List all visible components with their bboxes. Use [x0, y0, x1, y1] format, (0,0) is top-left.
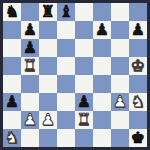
- square-e5[interactable]: [75, 57, 93, 75]
- square-e6[interactable]: [75, 39, 93, 57]
- square-c2[interactable]: ♟: [39, 111, 57, 129]
- black-king[interactable]: ♚: [131, 129, 145, 147]
- white-king[interactable]: ♚: [131, 57, 145, 75]
- square-h5[interactable]: ♚: [129, 57, 147, 75]
- square-b3[interactable]: [21, 93, 39, 111]
- black-rook[interactable]: ♜: [41, 3, 55, 21]
- black-knight[interactable]: ♞: [5, 3, 19, 21]
- white-rook[interactable]: ♜: [77, 111, 91, 129]
- square-f6[interactable]: [93, 39, 111, 57]
- white-knight[interactable]: ♞: [131, 93, 145, 111]
- square-b7[interactable]: ♟: [21, 21, 39, 39]
- square-g4[interactable]: [111, 75, 129, 93]
- square-e3[interactable]: ♟: [75, 93, 93, 111]
- square-e1[interactable]: [75, 129, 93, 147]
- square-c8[interactable]: ♜: [39, 3, 57, 21]
- black-pawn[interactable]: ♟: [131, 21, 145, 39]
- square-a2[interactable]: [3, 111, 21, 129]
- square-g8[interactable]: [111, 3, 129, 21]
- square-f4[interactable]: [93, 75, 111, 93]
- square-d7[interactable]: [57, 21, 75, 39]
- square-h2[interactable]: [129, 111, 147, 129]
- square-g7[interactable]: [111, 21, 129, 39]
- square-a8[interactable]: ♞: [3, 3, 21, 21]
- black-pawn[interactable]: ♟: [23, 21, 37, 39]
- square-d6[interactable]: [57, 39, 75, 57]
- square-d8[interactable]: ♝: [57, 3, 75, 21]
- square-a3[interactable]: ♟: [3, 93, 21, 111]
- square-f8[interactable]: [93, 3, 111, 21]
- square-b2[interactable]: ♟: [21, 111, 39, 129]
- square-a7[interactable]: [3, 21, 21, 39]
- chess-diagram: ♞♜♝♟♟♟♟♜♚♟♟♟♞♟♟♜♞♚: [0, 0, 150, 150]
- square-h3[interactable]: ♞: [129, 93, 147, 111]
- square-e2[interactable]: ♜: [75, 111, 93, 129]
- square-b5[interactable]: ♜: [21, 57, 39, 75]
- square-h1[interactable]: ♚: [129, 129, 147, 147]
- square-b4[interactable]: [21, 75, 39, 93]
- square-c6[interactable]: [39, 39, 57, 57]
- black-bishop[interactable]: ♝: [59, 3, 73, 21]
- black-pawn[interactable]: ♟: [23, 39, 37, 57]
- square-a4[interactable]: [3, 75, 21, 93]
- square-d1[interactable]: [57, 129, 75, 147]
- white-pawn[interactable]: ♟: [23, 111, 37, 129]
- square-b6[interactable]: ♟: [21, 39, 39, 57]
- square-f7[interactable]: ♟: [93, 21, 111, 39]
- square-c1[interactable]: [39, 129, 57, 147]
- white-pawn[interactable]: ♟: [41, 111, 55, 129]
- square-e4[interactable]: [75, 75, 93, 93]
- square-f5[interactable]: [93, 57, 111, 75]
- square-f3[interactable]: [93, 93, 111, 111]
- square-c3[interactable]: [39, 93, 57, 111]
- square-a5[interactable]: [3, 57, 21, 75]
- white-pawn[interactable]: ♟: [113, 93, 127, 111]
- square-a1[interactable]: ♞: [3, 129, 21, 147]
- square-h6[interactable]: [129, 39, 147, 57]
- square-h8[interactable]: [129, 3, 147, 21]
- square-d3[interactable]: [57, 93, 75, 111]
- white-knight[interactable]: ♞: [5, 129, 19, 147]
- square-a6[interactable]: [3, 39, 21, 57]
- square-g3[interactable]: ♟: [111, 93, 129, 111]
- square-h4[interactable]: [129, 75, 147, 93]
- white-rook[interactable]: ♜: [23, 57, 37, 75]
- square-d5[interactable]: [57, 57, 75, 75]
- square-e7[interactable]: [75, 21, 93, 39]
- square-c7[interactable]: [39, 21, 57, 39]
- square-c4[interactable]: [39, 75, 57, 93]
- square-f1[interactable]: [93, 129, 111, 147]
- black-pawn[interactable]: ♟: [95, 21, 109, 39]
- square-c5[interactable]: [39, 57, 57, 75]
- square-h7[interactable]: ♟: [129, 21, 147, 39]
- black-pawn[interactable]: ♟: [5, 93, 19, 111]
- square-e8[interactable]: [75, 3, 93, 21]
- square-g5[interactable]: [111, 57, 129, 75]
- square-g2[interactable]: [111, 111, 129, 129]
- square-b1[interactable]: [21, 129, 39, 147]
- square-b8[interactable]: [21, 3, 39, 21]
- square-g6[interactable]: [111, 39, 129, 57]
- black-pawn[interactable]: ♟: [77, 93, 91, 111]
- square-f2[interactable]: [93, 111, 111, 129]
- square-d2[interactable]: [57, 111, 75, 129]
- square-g1[interactable]: [111, 129, 129, 147]
- square-d4[interactable]: [57, 75, 75, 93]
- chess-board: ♞♜♝♟♟♟♟♜♚♟♟♟♞♟♟♜♞♚: [0, 0, 150, 150]
